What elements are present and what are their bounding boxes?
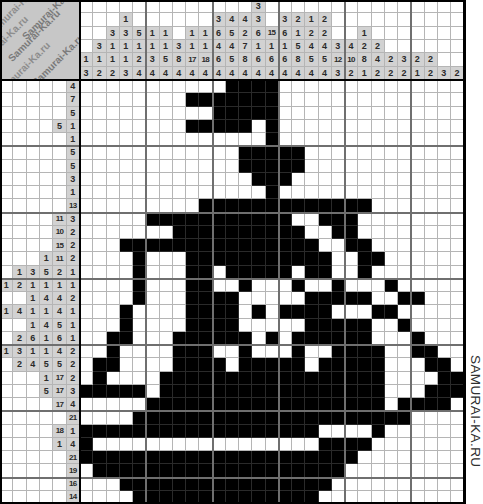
grid-cell[interactable] xyxy=(345,279,358,292)
grid-cell[interactable] xyxy=(93,80,106,93)
grid-cell[interactable] xyxy=(266,199,279,212)
grid-cell[interactable] xyxy=(107,120,120,133)
grid-cell[interactable] xyxy=(292,133,305,146)
grid-cell[interactable] xyxy=(398,133,411,146)
grid-cell[interactable] xyxy=(372,305,385,318)
grid-cell[interactable] xyxy=(425,266,438,279)
grid-cell[interactable] xyxy=(239,451,252,464)
grid-cell[interactable] xyxy=(411,133,424,146)
grid-cell[interactable] xyxy=(425,319,438,332)
grid-cell[interactable] xyxy=(425,279,438,292)
grid-cell[interactable] xyxy=(319,358,332,371)
grid-cell[interactable] xyxy=(411,160,424,173)
grid-cell[interactable] xyxy=(213,279,226,292)
grid-cell[interactable] xyxy=(146,478,159,491)
grid-cell[interactable] xyxy=(425,438,438,451)
grid-cell[interactable] xyxy=(213,199,226,212)
grid-cell[interactable] xyxy=(425,252,438,265)
grid-cell[interactable] xyxy=(186,305,199,318)
grid-cell[interactable] xyxy=(411,425,424,438)
grid-cell[interactable] xyxy=(213,133,226,146)
grid-cell[interactable] xyxy=(279,385,292,398)
grid-cell[interactable] xyxy=(199,385,212,398)
grid-cell[interactable] xyxy=(173,319,186,332)
grid-cell[interactable] xyxy=(133,398,146,411)
grid-cell[interactable] xyxy=(173,332,186,345)
grid-cell[interactable] xyxy=(226,372,239,385)
grid-cell[interactable] xyxy=(146,266,159,279)
grid-cell[interactable] xyxy=(252,372,265,385)
grid-cell[interactable] xyxy=(213,305,226,318)
grid-cell[interactable] xyxy=(252,332,265,345)
grid-cell[interactable] xyxy=(425,133,438,146)
grid-cell[interactable] xyxy=(279,173,292,186)
grid-cell[interactable] xyxy=(133,425,146,438)
grid-cell[interactable] xyxy=(226,292,239,305)
grid-cell[interactable] xyxy=(80,425,93,438)
grid-cell[interactable] xyxy=(438,411,451,424)
grid-cell[interactable] xyxy=(133,332,146,345)
grid-cell[interactable] xyxy=(120,226,133,239)
grid-cell[interactable] xyxy=(133,93,146,106)
grid-cell[interactable] xyxy=(146,372,159,385)
grid-cell[interactable] xyxy=(372,133,385,146)
grid-cell[interactable] xyxy=(345,266,358,279)
grid-cell[interactable] xyxy=(279,226,292,239)
grid-cell[interactable] xyxy=(266,226,279,239)
grid-cell[interactable] xyxy=(438,438,451,451)
grid-cell[interactable] xyxy=(358,279,371,292)
grid-cell[interactable] xyxy=(438,252,451,265)
grid-cell[interactable] xyxy=(398,438,411,451)
grid-cell[interactable] xyxy=(398,292,411,305)
grid-cell[interactable] xyxy=(213,372,226,385)
grid-cell[interactable] xyxy=(332,80,345,93)
grid-cell[interactable] xyxy=(146,358,159,371)
grid-cell[interactable] xyxy=(332,160,345,173)
grid-cell[interactable] xyxy=(385,186,398,199)
grid-cell[interactable] xyxy=(319,213,332,226)
grid-cell[interactable] xyxy=(345,239,358,252)
grid-cell[interactable] xyxy=(186,411,199,424)
grid-cell[interactable] xyxy=(385,120,398,133)
grid-cell[interactable] xyxy=(398,186,411,199)
grid-cell[interactable] xyxy=(186,226,199,239)
grid-cell[interactable] xyxy=(372,173,385,186)
grid-cell[interactable] xyxy=(385,252,398,265)
grid-cell[interactable] xyxy=(252,80,265,93)
grid-cell[interactable] xyxy=(425,239,438,252)
grid-cell[interactable] xyxy=(438,186,451,199)
grid-cell[interactable] xyxy=(199,199,212,212)
grid-cell[interactable] xyxy=(411,398,424,411)
grid-cell[interactable] xyxy=(266,411,279,424)
grid-cell[interactable] xyxy=(133,107,146,120)
grid-cell[interactable] xyxy=(173,425,186,438)
grid-cell[interactable] xyxy=(411,305,424,318)
grid-cell[interactable] xyxy=(173,173,186,186)
grid-cell[interactable] xyxy=(345,252,358,265)
grid-cell[interactable] xyxy=(411,199,424,212)
grid-cell[interactable] xyxy=(226,398,239,411)
grid-cell[interactable] xyxy=(438,425,451,438)
grid-cell[interactable] xyxy=(213,160,226,173)
grid-cell[interactable] xyxy=(120,438,133,451)
grid-cell[interactable] xyxy=(438,372,451,385)
grid-cell[interactable] xyxy=(385,213,398,226)
grid-cell[interactable] xyxy=(398,239,411,252)
grid-cell[interactable] xyxy=(146,319,159,332)
grid-cell[interactable] xyxy=(425,292,438,305)
grid-cell[interactable] xyxy=(332,186,345,199)
grid-cell[interactable] xyxy=(239,120,252,133)
grid-cell[interactable] xyxy=(252,385,265,398)
grid-cell[interactable] xyxy=(199,173,212,186)
grid-cell[interactable] xyxy=(266,332,279,345)
grid-cell[interactable] xyxy=(160,173,173,186)
grid-cell[interactable] xyxy=(133,239,146,252)
grid-cell[interactable] xyxy=(425,372,438,385)
grid-cell[interactable] xyxy=(93,252,106,265)
grid-cell[interactable] xyxy=(120,478,133,491)
grid-cell[interactable] xyxy=(292,252,305,265)
grid-cell[interactable] xyxy=(358,411,371,424)
grid-cell[interactable] xyxy=(411,372,424,385)
grid-cell[interactable] xyxy=(133,292,146,305)
grid-cell[interactable] xyxy=(146,438,159,451)
grid-cell[interactable] xyxy=(385,425,398,438)
grid-cell[interactable] xyxy=(425,411,438,424)
grid-cell[interactable] xyxy=(133,173,146,186)
grid-cell[interactable] xyxy=(226,266,239,279)
grid-cell[interactable] xyxy=(199,160,212,173)
grid-cell[interactable] xyxy=(107,252,120,265)
grid-cell[interactable] xyxy=(146,252,159,265)
grid-cell[interactable] xyxy=(160,252,173,265)
grid-cell[interactable] xyxy=(226,332,239,345)
grid-cell[interactable] xyxy=(252,464,265,477)
grid-cell[interactable] xyxy=(226,199,239,212)
grid-cell[interactable] xyxy=(120,252,133,265)
grid-cell[interactable] xyxy=(372,332,385,345)
grid-cell[interactable] xyxy=(239,279,252,292)
grid-cell[interactable] xyxy=(80,226,93,239)
grid-cell[interactable] xyxy=(107,146,120,159)
grid-cell[interactable] xyxy=(279,425,292,438)
grid-cell[interactable] xyxy=(358,332,371,345)
grid-cell[interactable] xyxy=(292,358,305,371)
grid-cell[interactable] xyxy=(199,398,212,411)
grid-cell[interactable] xyxy=(385,80,398,93)
grid-cell[interactable] xyxy=(319,385,332,398)
grid-cell[interactable] xyxy=(425,160,438,173)
grid-cell[interactable] xyxy=(146,451,159,464)
grid-cell[interactable] xyxy=(305,438,318,451)
grid-cell[interactable] xyxy=(425,226,438,239)
grid-cell[interactable] xyxy=(279,464,292,477)
grid-cell[interactable] xyxy=(93,411,106,424)
grid-cell[interactable] xyxy=(80,93,93,106)
grid-cell[interactable] xyxy=(292,319,305,332)
grid-cell[interactable] xyxy=(372,451,385,464)
grid-cell[interactable] xyxy=(239,345,252,358)
grid-cell[interactable] xyxy=(226,385,239,398)
grid-cell[interactable] xyxy=(80,385,93,398)
grid-cell[interactable] xyxy=(319,398,332,411)
grid-cell[interactable] xyxy=(411,239,424,252)
grid-cell[interactable] xyxy=(107,133,120,146)
grid-cell[interactable] xyxy=(358,213,371,226)
grid-cell[interactable] xyxy=(425,199,438,212)
grid-cell[interactable] xyxy=(345,133,358,146)
grid-cell[interactable] xyxy=(226,226,239,239)
grid-cell[interactable] xyxy=(305,292,318,305)
grid-cell[interactable] xyxy=(279,411,292,424)
grid-cell[interactable] xyxy=(80,213,93,226)
grid-cell[interactable] xyxy=(93,451,106,464)
grid-cell[interactable] xyxy=(398,319,411,332)
grid-cell[interactable] xyxy=(358,372,371,385)
grid-cell[interactable] xyxy=(107,438,120,451)
grid-cell[interactable] xyxy=(107,411,120,424)
grid-cell[interactable] xyxy=(239,107,252,120)
grid-cell[interactable] xyxy=(93,266,106,279)
grid-cell[interactable] xyxy=(266,305,279,318)
grid-cell[interactable] xyxy=(279,345,292,358)
grid-cell[interactable] xyxy=(252,107,265,120)
grid-cell[interactable] xyxy=(252,425,265,438)
grid-cell[interactable] xyxy=(93,398,106,411)
grid-cell[interactable] xyxy=(239,226,252,239)
grid-cell[interactable] xyxy=(120,213,133,226)
grid-cell[interactable] xyxy=(93,120,106,133)
grid-cell[interactable] xyxy=(411,332,424,345)
grid-cell[interactable] xyxy=(266,398,279,411)
grid-cell[interactable] xyxy=(107,292,120,305)
grid-cell[interactable] xyxy=(438,398,451,411)
grid-cell[interactable] xyxy=(160,160,173,173)
grid-cell[interactable] xyxy=(173,199,186,212)
grid-cell[interactable] xyxy=(398,199,411,212)
grid-cell[interactable] xyxy=(80,199,93,212)
grid-cell[interactable] xyxy=(133,146,146,159)
grid-cell[interactable] xyxy=(358,385,371,398)
grid-cell[interactable] xyxy=(120,372,133,385)
grid-cell[interactable] xyxy=(239,199,252,212)
grid-cell[interactable] xyxy=(305,358,318,371)
grid-cell[interactable] xyxy=(226,160,239,173)
grid-cell[interactable] xyxy=(411,438,424,451)
grid-cell[interactable] xyxy=(199,120,212,133)
grid-cell[interactable] xyxy=(279,120,292,133)
grid-cell[interactable] xyxy=(239,411,252,424)
grid-cell[interactable] xyxy=(319,160,332,173)
grid-cell[interactable] xyxy=(133,345,146,358)
grid-cell[interactable] xyxy=(411,213,424,226)
grid-cell[interactable] xyxy=(279,80,292,93)
grid-cell[interactable] xyxy=(411,146,424,159)
grid-cell[interactable] xyxy=(199,292,212,305)
grid-cell[interactable] xyxy=(239,438,252,451)
grid-cell[interactable] xyxy=(120,80,133,93)
grid-cell[interactable] xyxy=(80,319,93,332)
grid-cell[interactable] xyxy=(239,292,252,305)
grid-cell[interactable] xyxy=(438,464,451,477)
grid-cell[interactable] xyxy=(332,146,345,159)
grid-cell[interactable] xyxy=(332,292,345,305)
grid-cell[interactable] xyxy=(173,292,186,305)
grid-cell[interactable] xyxy=(425,478,438,491)
grid-cell[interactable] xyxy=(93,107,106,120)
grid-cell[interactable] xyxy=(160,146,173,159)
grid-cell[interactable] xyxy=(160,438,173,451)
grid-cell[interactable] xyxy=(372,398,385,411)
grid-cell[interactable] xyxy=(239,146,252,159)
grid-cell[interactable] xyxy=(199,146,212,159)
grid-cell[interactable] xyxy=(93,425,106,438)
grid-cell[interactable] xyxy=(385,464,398,477)
grid-cell[interactable] xyxy=(226,411,239,424)
grid-cell[interactable] xyxy=(319,226,332,239)
grid-cell[interactable] xyxy=(345,411,358,424)
grid-cell[interactable] xyxy=(411,411,424,424)
grid-cell[interactable] xyxy=(120,133,133,146)
grid-cell[interactable] xyxy=(425,358,438,371)
grid-cell[interactable] xyxy=(173,398,186,411)
grid-cell[interactable] xyxy=(160,464,173,477)
grid-cell[interactable] xyxy=(146,279,159,292)
grid-cell[interactable] xyxy=(199,464,212,477)
grid-cell[interactable] xyxy=(93,279,106,292)
grid-cell[interactable] xyxy=(345,451,358,464)
grid-cell[interactable] xyxy=(292,186,305,199)
grid-cell[interactable] xyxy=(305,213,318,226)
grid-cell[interactable] xyxy=(372,186,385,199)
grid-cell[interactable] xyxy=(305,80,318,93)
grid-cell[interactable] xyxy=(213,226,226,239)
grid-cell[interactable] xyxy=(107,93,120,106)
grid-cell[interactable] xyxy=(146,398,159,411)
grid-cell[interactable] xyxy=(133,133,146,146)
grid-cell[interactable] xyxy=(146,345,159,358)
grid-cell[interactable] xyxy=(133,199,146,212)
grid-cell[interactable] xyxy=(252,93,265,106)
grid-cell[interactable] xyxy=(93,173,106,186)
grid-cell[interactable] xyxy=(345,120,358,133)
grid-cell[interactable] xyxy=(292,398,305,411)
grid-cell[interactable] xyxy=(292,332,305,345)
grid-cell[interactable] xyxy=(398,266,411,279)
grid-cell[interactable] xyxy=(345,319,358,332)
grid-cell[interactable] xyxy=(239,80,252,93)
grid-cell[interactable] xyxy=(120,385,133,398)
grid-cell[interactable] xyxy=(305,319,318,332)
grid-cell[interactable] xyxy=(93,464,106,477)
grid-cell[interactable] xyxy=(226,451,239,464)
grid-cell[interactable] xyxy=(186,160,199,173)
grid-cell[interactable] xyxy=(292,305,305,318)
grid-cell[interactable] xyxy=(398,332,411,345)
grid-cell[interactable] xyxy=(438,279,451,292)
grid-cell[interactable] xyxy=(146,80,159,93)
grid-cell[interactable] xyxy=(239,464,252,477)
grid-cell[interactable] xyxy=(279,133,292,146)
grid-cell[interactable] xyxy=(305,478,318,491)
grid-cell[interactable] xyxy=(398,146,411,159)
grid-cell[interactable] xyxy=(226,358,239,371)
grid-cell[interactable] xyxy=(332,252,345,265)
grid-cell[interactable] xyxy=(398,80,411,93)
grid-cell[interactable] xyxy=(199,451,212,464)
grid-cell[interactable] xyxy=(239,173,252,186)
grid-cell[interactable] xyxy=(425,120,438,133)
grid-cell[interactable] xyxy=(226,80,239,93)
grid-cell[interactable] xyxy=(213,107,226,120)
grid-cell[interactable] xyxy=(160,226,173,239)
grid-cell[interactable] xyxy=(385,226,398,239)
grid-cell[interactable] xyxy=(358,93,371,106)
grid-cell[interactable] xyxy=(385,239,398,252)
grid-cell[interactable] xyxy=(358,107,371,120)
grid-cell[interactable] xyxy=(239,385,252,398)
grid-cell[interactable] xyxy=(120,120,133,133)
grid-cell[interactable] xyxy=(279,266,292,279)
grid-cell[interactable] xyxy=(226,120,239,133)
grid-cell[interactable] xyxy=(173,279,186,292)
grid-cell[interactable] xyxy=(266,438,279,451)
grid-cell[interactable] xyxy=(186,292,199,305)
grid-cell[interactable] xyxy=(107,332,120,345)
grid-cell[interactable] xyxy=(372,292,385,305)
grid-cell[interactable] xyxy=(292,292,305,305)
grid-cell[interactable] xyxy=(266,464,279,477)
grid-cell[interactable] xyxy=(252,226,265,239)
grid-cell[interactable] xyxy=(120,266,133,279)
grid-cell[interactable] xyxy=(292,120,305,133)
grid-cell[interactable] xyxy=(292,438,305,451)
grid-cell[interactable] xyxy=(398,120,411,133)
grid-cell[interactable] xyxy=(292,93,305,106)
grid-cell[interactable] xyxy=(425,345,438,358)
grid-cell[interactable] xyxy=(292,239,305,252)
grid-cell[interactable] xyxy=(266,93,279,106)
grid-cell[interactable] xyxy=(372,438,385,451)
grid-cell[interactable] xyxy=(226,213,239,226)
grid-cell[interactable] xyxy=(425,173,438,186)
grid-cell[interactable] xyxy=(213,80,226,93)
grid-cell[interactable] xyxy=(173,478,186,491)
grid-cell[interactable] xyxy=(107,319,120,332)
grid-cell[interactable] xyxy=(292,372,305,385)
grid-cell[interactable] xyxy=(186,93,199,106)
grid-cell[interactable] xyxy=(213,411,226,424)
grid-cell[interactable] xyxy=(438,226,451,239)
grid-cell[interactable] xyxy=(107,385,120,398)
grid-cell[interactable] xyxy=(411,464,424,477)
grid-cell[interactable] xyxy=(358,173,371,186)
grid-cell[interactable] xyxy=(372,478,385,491)
grid-cell[interactable] xyxy=(372,345,385,358)
grid-cell[interactable] xyxy=(80,160,93,173)
grid-cell[interactable] xyxy=(266,213,279,226)
grid-cell[interactable] xyxy=(133,411,146,424)
grid-cell[interactable] xyxy=(305,425,318,438)
grid-cell[interactable] xyxy=(372,93,385,106)
grid-cell[interactable] xyxy=(226,93,239,106)
grid-cell[interactable] xyxy=(438,332,451,345)
grid-cell[interactable] xyxy=(411,107,424,120)
grid-cell[interactable] xyxy=(438,266,451,279)
